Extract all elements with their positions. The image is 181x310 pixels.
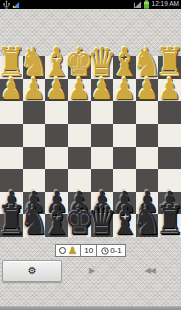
- move-status-bar: ♟ 10 0-1: [0, 244, 181, 257]
- clock-value: 0-1: [110, 247, 122, 255]
- square[interactable]: [45, 101, 68, 124]
- white-pawn: ♟: [45, 74, 68, 103]
- square[interactable]: [68, 169, 91, 192]
- rewind-icon: ◀◀: [145, 267, 155, 275]
- settings-button[interactable]: ⚙: [2, 260, 62, 282]
- square[interactable]: [0, 147, 23, 170]
- square[interactable]: [68, 101, 91, 124]
- forward-button[interactable]: ▶: [62, 260, 120, 282]
- black-pawn: ♟: [68, 187, 91, 216]
- square[interactable]: ♟: [113, 79, 136, 102]
- white-pawn: ♟: [158, 74, 181, 103]
- bottom-toolbar: ⚙ ▶ ◀◀: [0, 260, 181, 282]
- square[interactable]: [0, 124, 23, 147]
- square[interactable]: [158, 147, 181, 170]
- square[interactable]: ♟: [45, 79, 68, 102]
- square[interactable]: [158, 101, 181, 124]
- square[interactable]: ♜: [158, 214, 181, 237]
- square[interactable]: [23, 124, 46, 147]
- square[interactable]: [158, 124, 181, 147]
- square[interactable]: [91, 101, 114, 124]
- gear-icon: ⚙: [28, 266, 37, 276]
- square[interactable]: ♝: [113, 56, 136, 79]
- square[interactable]: [91, 124, 114, 147]
- square[interactable]: ♟: [0, 192, 23, 215]
- square[interactable]: [23, 101, 46, 124]
- signal-icon: [133, 1, 142, 9]
- square[interactable]: [136, 147, 159, 170]
- square[interactable]: [113, 169, 136, 192]
- white-pawn: ♟: [68, 74, 91, 103]
- square[interactable]: [23, 147, 46, 170]
- square[interactable]: [68, 147, 91, 170]
- black-pawn: ♟: [45, 187, 68, 216]
- square[interactable]: [23, 169, 46, 192]
- square[interactable]: ♞: [136, 214, 159, 237]
- sd-card-icon: [12, 1, 20, 9]
- screen-bottom-edge: [0, 306, 181, 310]
- square[interactable]: ♞: [23, 214, 46, 237]
- square[interactable]: [113, 101, 136, 124]
- square[interactable]: [136, 101, 159, 124]
- square[interactable]: ♟: [23, 79, 46, 102]
- square[interactable]: ♟: [91, 79, 114, 102]
- chess-board: ♜♞♝♚♛♝♞♜♟♟♟♟♟♟♟♟♟♟♟♟♟♟♟♟♜♞♝♚♛♝♞♜: [0, 56, 181, 237]
- rewind-button[interactable]: ◀◀: [121, 260, 179, 282]
- square[interactable]: [113, 147, 136, 170]
- square[interactable]: ♜: [0, 214, 23, 237]
- square[interactable]: [136, 124, 159, 147]
- black-pawn: ♟: [135, 187, 158, 216]
- square[interactable]: ♟: [158, 192, 181, 215]
- usb-icon: [3, 0, 10, 9]
- white-to-move-icon: [59, 247, 66, 254]
- white-pawn: ♟: [135, 74, 158, 103]
- level-value: 10: [84, 247, 93, 255]
- square[interactable]: [0, 169, 23, 192]
- square[interactable]: ♟: [158, 79, 181, 102]
- square[interactable]: ♝: [113, 214, 136, 237]
- square[interactable]: [45, 169, 68, 192]
- android-status-bar: 12:19 AM: [0, 0, 181, 9]
- square[interactable]: ♟: [136, 79, 159, 102]
- square[interactable]: ♜: [0, 56, 23, 79]
- white-pawn: ♟: [22, 74, 45, 103]
- black-pawn: ♟: [90, 187, 113, 216]
- square[interactable]: [136, 169, 159, 192]
- square[interactable]: ♝: [45, 56, 68, 79]
- square[interactable]: ♟: [68, 79, 91, 102]
- square[interactable]: ♟: [91, 192, 114, 215]
- square[interactable]: [45, 147, 68, 170]
- status-bar-clock: 12:19 AM: [152, 1, 179, 8]
- white-pawn: ♟: [113, 74, 136, 103]
- square[interactable]: ♝: [45, 214, 68, 237]
- square[interactable]: ♚: [68, 214, 91, 237]
- level-segment: 10: [80, 244, 97, 257]
- square[interactable]: [113, 124, 136, 147]
- clock-segment: 0-1: [96, 244, 126, 257]
- play-forward-icon: ▶: [89, 267, 94, 275]
- black-pawn: ♟: [22, 187, 45, 216]
- square[interactable]: [68, 124, 91, 147]
- square[interactable]: ♟: [136, 192, 159, 215]
- white-pawn: ♟: [0, 74, 23, 103]
- square[interactable]: ♜: [158, 56, 181, 79]
- phone-screen: 12:19 AM ♜♞♝♚♛♝♞♜♟♟♟♟♟♟♟♟♟♟♟♟♟♟♟♟♜♞♝♚♛♝♞…: [0, 0, 181, 310]
- square[interactable]: ♟: [68, 192, 91, 215]
- square[interactable]: ♞: [23, 56, 46, 79]
- square[interactable]: ♟: [113, 192, 136, 215]
- clock-icon: [101, 247, 109, 255]
- square[interactable]: [158, 169, 181, 192]
- square[interactable]: ♚: [68, 56, 91, 79]
- square[interactable]: [91, 169, 114, 192]
- square[interactable]: ♞: [136, 56, 159, 79]
- square[interactable]: ♟: [45, 192, 68, 215]
- black-pawn: ♟: [0, 187, 23, 216]
- white-rook: ♜: [155, 41, 181, 81]
- white-pawn: ♟: [90, 74, 113, 103]
- square[interactable]: [0, 101, 23, 124]
- square[interactable]: ♛: [91, 214, 114, 237]
- square[interactable]: ♟: [0, 79, 23, 102]
- square[interactable]: [45, 124, 68, 147]
- black-pawn: ♟: [113, 187, 136, 216]
- square[interactable]: ♛: [91, 56, 114, 79]
- black-pawn: ♟: [158, 187, 181, 216]
- square[interactable]: [91, 147, 114, 170]
- square[interactable]: ♟: [23, 192, 46, 215]
- battery-icon: [144, 0, 149, 9]
- pawn-icon: ♟: [68, 246, 77, 256]
- turn-indicator-segment: ♟: [55, 244, 81, 257]
